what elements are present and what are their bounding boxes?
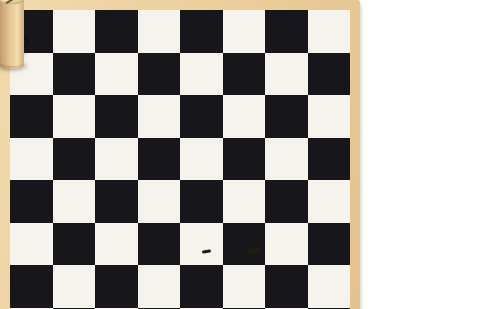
square-a2[interactable] <box>10 265 53 308</box>
square-a5[interactable] <box>10 138 53 181</box>
chess-board[interactable] <box>0 0 360 309</box>
square-e3[interactable] <box>180 223 223 266</box>
square-e2[interactable] <box>180 265 223 308</box>
square-h8[interactable] <box>308 10 351 53</box>
square-h6[interactable] <box>308 95 351 138</box>
square-d5[interactable] <box>138 138 181 181</box>
square-b8[interactable] <box>53 10 96 53</box>
square-c2[interactable] <box>95 265 138 308</box>
square-e7[interactable] <box>180 53 223 96</box>
square-d8[interactable] <box>138 10 181 53</box>
square-f5[interactable] <box>223 138 266 181</box>
square-g7[interactable] <box>265 53 308 96</box>
square-d6[interactable] <box>138 95 181 138</box>
square-d4[interactable] <box>138 180 181 223</box>
square-a4[interactable] <box>10 180 53 223</box>
square-c4[interactable] <box>95 180 138 223</box>
square-g6[interactable] <box>265 95 308 138</box>
square-e4[interactable] <box>180 180 223 223</box>
square-a3[interactable] <box>10 223 53 266</box>
square-h7[interactable] <box>308 53 351 96</box>
square-h2[interactable] <box>308 265 351 308</box>
square-g2[interactable] <box>265 265 308 308</box>
square-f7[interactable] <box>223 53 266 96</box>
square-a6[interactable] <box>10 95 53 138</box>
square-f2[interactable] <box>223 265 266 308</box>
square-e6[interactable] <box>180 95 223 138</box>
square-c6[interactable] <box>95 95 138 138</box>
square-h4[interactable] <box>308 180 351 223</box>
square-a7[interactable] <box>10 53 53 96</box>
square-h5[interactable] <box>308 138 351 181</box>
square-c3[interactable] <box>95 223 138 266</box>
square-b4[interactable] <box>53 180 96 223</box>
square-a8[interactable] <box>10 10 53 53</box>
square-e8[interactable] <box>180 10 223 53</box>
square-d2[interactable] <box>138 265 181 308</box>
square-b5[interactable] <box>53 138 96 181</box>
square-f6[interactable] <box>223 95 266 138</box>
square-g8[interactable] <box>265 10 308 53</box>
square-b2[interactable] <box>53 265 96 308</box>
square-g5[interactable] <box>265 138 308 181</box>
square-f8[interactable] <box>223 10 266 53</box>
square-d7[interactable] <box>138 53 181 96</box>
square-f4[interactable] <box>223 180 266 223</box>
square-d3[interactable] <box>138 223 181 266</box>
square-b6[interactable] <box>53 95 96 138</box>
chess-set-photo <box>0 0 480 309</box>
square-g3[interactable] <box>265 223 308 266</box>
square-c8[interactable] <box>95 10 138 53</box>
square-c5[interactable] <box>95 138 138 181</box>
square-g4[interactable] <box>265 180 308 223</box>
square-b7[interactable] <box>53 53 96 96</box>
square-e5[interactable] <box>180 138 223 181</box>
square-f3[interactable] <box>223 223 266 266</box>
square-h3[interactable] <box>308 223 351 266</box>
square-b3[interactable] <box>53 223 96 266</box>
square-c7[interactable] <box>95 53 138 96</box>
